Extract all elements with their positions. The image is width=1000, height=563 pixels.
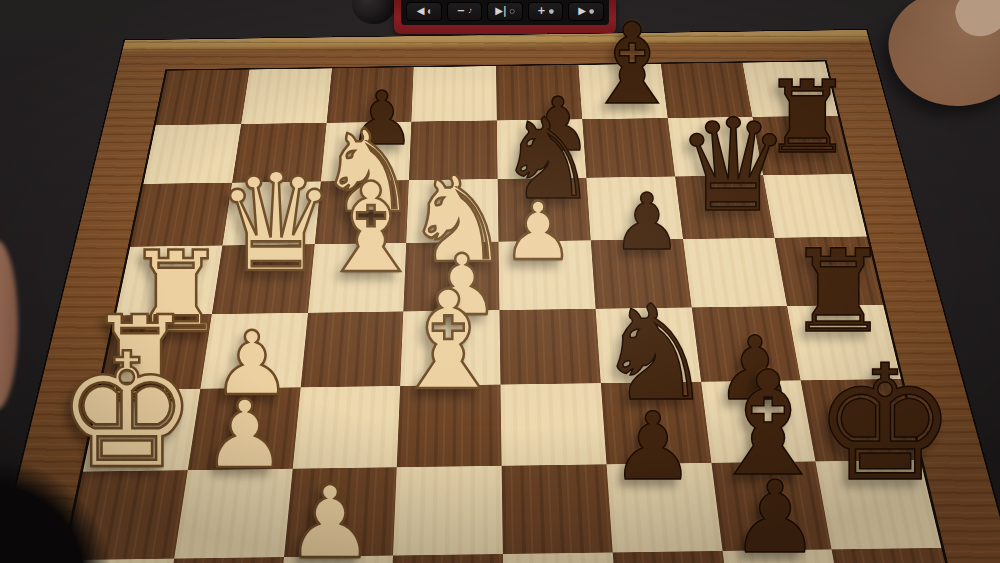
piece-wP-g2[interactable]: ♟	[203, 388, 287, 482]
square-a4[interactable]	[412, 66, 497, 121]
square-g5[interactable]	[502, 464, 613, 554]
square-e5[interactable]	[499, 309, 600, 385]
square-h8[interactable]	[832, 548, 965, 563]
piece-bP-h7[interactable]: ♟	[730, 468, 820, 563]
piece-wB-f4[interactable]: ♝	[387, 273, 509, 409]
piece-wP-d5[interactable]: ♟	[502, 192, 574, 272]
square-a1[interactable]	[156, 70, 250, 126]
square-h5[interactable]	[503, 553, 619, 563]
piece-bP-g6[interactable]: ♟	[611, 400, 695, 494]
square-h2[interactable]	[159, 557, 284, 563]
square-g4[interactable]	[393, 465, 503, 555]
square-h4[interactable]	[389, 554, 504, 563]
square-f5[interactable]	[500, 383, 606, 465]
piece-wK-g1[interactable]: ♚	[56, 332, 198, 490]
piece-bK-g8[interactable]: ♚	[813, 344, 956, 504]
square-h6[interactable]	[612, 551, 734, 563]
tournament-chess-photo: DGT3000 ◀◖−♪▶|○+●▶● ♝♟♟♜♞♛♞♟♞♟♛♝♟♜♜♝♟♞♜♟…	[0, 0, 1000, 563]
piece-wP-h3[interactable]: ♟	[285, 473, 375, 563]
piece-bP-d6[interactable]: ♟	[612, 183, 682, 261]
square-f3[interactable]	[292, 386, 400, 469]
piece-bQ-c7[interactable]: ♛	[676, 102, 791, 230]
